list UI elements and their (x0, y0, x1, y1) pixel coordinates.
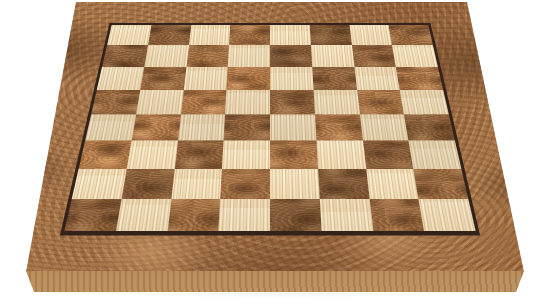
square-g1[interactable] (369, 199, 424, 231)
square-f5[interactable] (313, 90, 359, 115)
square-a4[interactable] (85, 114, 136, 140)
board-grid (64, 25, 475, 231)
square-h6[interactable] (396, 67, 443, 90)
square-f3[interactable] (316, 141, 365, 169)
square-c1[interactable] (167, 199, 220, 231)
square-d6[interactable] (227, 67, 270, 90)
square-h8[interactable] (389, 25, 433, 45)
square-g4[interactable] (359, 114, 408, 140)
square-d7[interactable] (228, 45, 270, 67)
square-c8[interactable] (189, 25, 231, 45)
square-e2[interactable] (270, 169, 320, 199)
square-b8[interactable] (148, 25, 191, 45)
square-c4[interactable] (178, 114, 226, 140)
square-f1[interactable] (320, 199, 373, 231)
square-d4[interactable] (224, 114, 270, 140)
square-a3[interactable] (79, 141, 132, 169)
square-d1[interactable] (219, 199, 270, 231)
square-h7[interactable] (392, 45, 438, 67)
square-d8[interactable] (229, 25, 270, 45)
square-a2[interactable] (72, 169, 127, 199)
square-g8[interactable] (349, 25, 392, 45)
square-f2[interactable] (318, 169, 369, 199)
square-f8[interactable] (310, 25, 352, 45)
square-b2[interactable] (121, 169, 174, 199)
square-e4[interactable] (270, 114, 316, 140)
square-c5[interactable] (181, 90, 227, 115)
square-e7[interactable] (270, 45, 312, 67)
square-h2[interactable] (413, 169, 468, 199)
square-d3[interactable] (222, 141, 270, 169)
square-b3[interactable] (127, 141, 178, 169)
square-c3[interactable] (174, 141, 223, 169)
square-e1[interactable] (270, 199, 321, 231)
square-a1[interactable] (64, 199, 121, 231)
square-d2[interactable] (220, 169, 270, 199)
square-f4[interactable] (315, 114, 363, 140)
square-h5[interactable] (400, 90, 449, 115)
square-e5[interactable] (270, 90, 315, 115)
square-a6[interactable] (97, 67, 144, 90)
square-g7[interactable] (351, 45, 395, 67)
square-b6[interactable] (140, 67, 186, 90)
square-h3[interactable] (409, 141, 462, 169)
square-c7[interactable] (186, 45, 229, 67)
square-g2[interactable] (366, 169, 419, 199)
square-a5[interactable] (91, 90, 140, 115)
square-c2[interactable] (171, 169, 222, 199)
square-c6[interactable] (183, 67, 228, 90)
chessboard (60, 23, 480, 236)
square-g5[interactable] (357, 90, 405, 115)
chessboard-photo (0, 0, 540, 307)
square-a7[interactable] (102, 45, 148, 67)
square-e6[interactable] (270, 67, 313, 90)
square-f6[interactable] (312, 67, 357, 90)
square-b7[interactable] (144, 45, 188, 67)
square-b1[interactable] (116, 199, 171, 231)
square-h4[interactable] (404, 114, 455, 140)
square-b4[interactable] (131, 114, 180, 140)
square-d5[interactable] (225, 90, 270, 115)
square-g3[interactable] (362, 141, 413, 169)
square-a8[interactable] (107, 25, 151, 45)
square-b5[interactable] (136, 90, 184, 115)
square-e8[interactable] (270, 25, 311, 45)
square-f7[interactable] (311, 45, 354, 67)
square-g6[interactable] (354, 67, 400, 90)
square-e3[interactable] (270, 141, 318, 169)
square-h1[interactable] (419, 199, 476, 231)
